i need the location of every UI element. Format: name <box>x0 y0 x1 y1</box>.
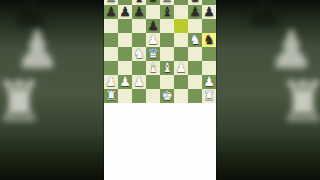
square-d3[interactable]: ♝ <box>146 61 160 75</box>
square-b3[interactable] <box>118 61 132 75</box>
square-d7[interactable] <box>146 5 160 19</box>
piece-black-pawn: ♟ <box>119 5 131 19</box>
square-d1[interactable] <box>146 89 160 103</box>
piece-black-bishop: ♝ <box>161 5 173 19</box>
video-center-column: ♜♝♛♜♚♟♟♟♝♟♟♟♟♞♞♞♛♝♝♟♟♟♟♟♜♚♜ <box>104 0 216 180</box>
piece-white-knight: ♞ <box>133 47 145 61</box>
piece-black-pawn: ♟ <box>105 5 117 19</box>
square-f6[interactable] <box>174 19 188 33</box>
square-g4[interactable] <box>188 47 202 61</box>
square-b4[interactable] <box>118 47 132 61</box>
piece-white-rook: ♜ <box>203 89 215 103</box>
square-e5[interactable] <box>160 33 174 47</box>
square-e3[interactable]: ♝ <box>160 61 174 75</box>
piece-white-pawn: ♟ <box>175 61 187 75</box>
square-g2[interactable] <box>188 75 202 89</box>
video-frame: ♟ ♟ ♜ ♟ ♟ ♜ ♜♝♛♜♚♟♟♟♝♟♟♟♟♞♞♞♛♝♝♟♟♟♟♟♜♚♜ <box>0 0 320 180</box>
square-e6[interactable] <box>160 19 174 33</box>
square-a6[interactable] <box>104 19 118 33</box>
square-f4[interactable] <box>174 47 188 61</box>
bottom-white-panel <box>104 103 216 180</box>
piece-white-pawn: ♟ <box>203 75 215 89</box>
square-c5[interactable] <box>132 33 146 47</box>
square-a1[interactable]: ♜ <box>104 89 118 103</box>
piece-white-rook: ♜ <box>105 89 117 103</box>
square-f2[interactable] <box>174 75 188 89</box>
piece-white-knight: ♞ <box>189 33 201 47</box>
square-e2[interactable] <box>160 75 174 89</box>
square-a7[interactable]: ♟ <box>104 5 118 19</box>
square-d5[interactable]: ♟ <box>146 33 160 47</box>
square-h3[interactable] <box>202 61 216 75</box>
square-b6[interactable] <box>118 19 132 33</box>
square-c3[interactable] <box>132 61 146 75</box>
square-d4[interactable]: ♛ <box>146 47 160 61</box>
square-f1[interactable] <box>174 89 188 103</box>
piece-black-pawn: ♟ <box>203 5 215 19</box>
square-b2[interactable]: ♟ <box>118 75 132 89</box>
square-g1[interactable] <box>188 89 202 103</box>
square-e7[interactable]: ♝ <box>160 5 174 19</box>
piece-black-pawn: ♟ <box>133 5 145 19</box>
square-d6[interactable]: ♟ <box>146 19 160 33</box>
piece-white-bishop: ♝ <box>147 61 159 75</box>
square-g7[interactable]: ♟ <box>188 5 202 19</box>
square-a5[interactable] <box>104 33 118 47</box>
piece-black-knight: ♞ <box>203 33 215 47</box>
square-b5[interactable] <box>118 33 132 47</box>
square-h4[interactable] <box>202 47 216 61</box>
piece-white-king: ♚ <box>161 89 173 103</box>
square-f5[interactable] <box>174 33 188 47</box>
blurred-white-rook-icon: ♜ <box>0 74 44 130</box>
square-c2[interactable]: ♟ <box>132 75 146 89</box>
piece-white-pawn: ♟ <box>133 75 145 89</box>
square-h6[interactable] <box>202 19 216 33</box>
square-f7[interactable] <box>174 5 188 19</box>
piece-black-pawn: ♟ <box>147 19 159 33</box>
square-c4[interactable]: ♞ <box>132 47 146 61</box>
square-h2[interactable]: ♟ <box>202 75 216 89</box>
square-d2[interactable] <box>146 75 160 89</box>
square-e1[interactable]: ♚ <box>160 89 174 103</box>
piece-white-bishop: ♝ <box>161 61 173 75</box>
chess-board: ♜♝♛♜♚♟♟♟♝♟♟♟♟♞♞♞♛♝♝♟♟♟♟♟♜♚♜ <box>104 0 216 103</box>
square-b1[interactable] <box>118 89 132 103</box>
square-c1[interactable] <box>132 89 146 103</box>
piece-white-pawn: ♟ <box>105 75 117 89</box>
square-h1[interactable]: ♜ <box>202 89 216 103</box>
square-h5[interactable]: ♞ <box>202 33 216 47</box>
square-g5[interactable]: ♞ <box>188 33 202 47</box>
square-a3[interactable] <box>104 61 118 75</box>
blurred-white-rook-icon: ♜ <box>278 74 320 130</box>
piece-white-queen: ♛ <box>147 47 159 61</box>
square-b7[interactable]: ♟ <box>118 5 132 19</box>
square-g3[interactable] <box>188 61 202 75</box>
square-h7[interactable]: ♟ <box>202 5 216 19</box>
square-a4[interactable] <box>104 47 118 61</box>
square-f3[interactable]: ♟ <box>174 61 188 75</box>
piece-white-pawn: ♟ <box>119 75 131 89</box>
piece-black-pawn: ♟ <box>189 5 201 19</box>
blurred-background-left: ♟ ♟ ♜ <box>0 0 104 180</box>
square-a2[interactable]: ♟ <box>104 75 118 89</box>
square-e4[interactable] <box>160 47 174 61</box>
square-g6[interactable] <box>188 19 202 33</box>
square-c6[interactable] <box>132 19 146 33</box>
blurred-background-right: ♟ ♟ ♜ <box>216 0 320 180</box>
square-c7[interactable]: ♟ <box>132 5 146 19</box>
piece-white-pawn: ♟ <box>147 33 159 47</box>
